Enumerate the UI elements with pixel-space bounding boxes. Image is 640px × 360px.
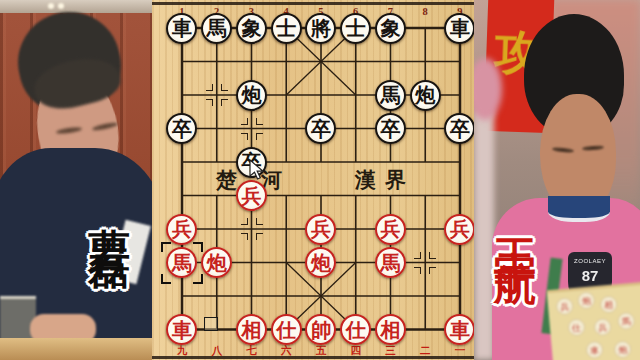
piece-black-士-4-0[interactable]: 士 xyxy=(271,13,302,44)
piece-black-馬-2-0[interactable]: 馬 xyxy=(201,13,232,44)
piece-red-馬-7-7[interactable]: 馬 xyxy=(375,247,406,278)
left-player-name: 曹岩磊 xyxy=(88,194,130,224)
piece-red-相-3-9[interactable]: 相 xyxy=(236,314,267,345)
piece-black-炮-8-2[interactable]: 炮 xyxy=(410,80,441,111)
piece-red-帥-5-9[interactable]: 帥 xyxy=(305,314,336,345)
right-player-photo: 攻 ZOOLAEY 87 兵 炮 相 仕 兵 馬 車 炮 xyxy=(474,0,640,360)
piece-red-兵-5-6[interactable]: 兵 xyxy=(305,214,336,245)
piece-black-象-7-0[interactable]: 象 xyxy=(375,13,406,44)
piece-black-卒-1-3[interactable]: 卒 xyxy=(166,113,197,144)
piece-black-馬-7-2[interactable]: 馬 xyxy=(375,80,406,111)
ceiling-light xyxy=(48,3,54,9)
mouse-cursor-icon xyxy=(249,159,265,181)
badge-number-text: 87 xyxy=(568,267,612,284)
table-xiangqi-board: 兵 炮 相 仕 兵 馬 車 炮 xyxy=(547,282,640,360)
right-player-name: 王宇航 xyxy=(494,206,536,236)
piece-black-車-9-0[interactable]: 車 xyxy=(444,13,475,44)
piece-black-卒-7-3[interactable]: 卒 xyxy=(375,113,406,144)
badge-brand-text: ZOOLAEY xyxy=(568,258,612,264)
piece-black-卒-5-3[interactable]: 卒 xyxy=(305,113,336,144)
piece-red-炮-5-7[interactable]: 炮 xyxy=(305,247,336,278)
piece-black-車-1-0[interactable]: 車 xyxy=(166,13,197,44)
piece-red-相-7-9[interactable]: 相 xyxy=(375,314,406,345)
left-player-photo xyxy=(0,0,152,360)
piece-black-士-6-0[interactable]: 士 xyxy=(340,13,371,44)
piece-black-卒-9-3[interactable]: 卒 xyxy=(444,113,475,144)
piece-red-炮-2-7[interactable]: 炮 xyxy=(201,247,232,278)
ceiling-strip xyxy=(0,0,152,13)
piece-red-兵-1-6[interactable]: 兵 xyxy=(166,214,197,245)
piece-red-車-1-9[interactable]: 車 xyxy=(166,314,197,345)
piece-red-兵-9-6[interactable]: 兵 xyxy=(444,214,475,245)
piece-red-仕-6-9[interactable]: 仕 xyxy=(340,314,371,345)
piece-layer[interactable]: 車馬象士將士象車炮馬炮卒卒卒卒卒兵兵兵兵兵馬炮炮馬車相仕帥仕相車 xyxy=(165,11,478,346)
ceiling-light xyxy=(58,3,64,9)
xiangqi-board[interactable]: 123456789 九八七六五四三二一 楚河 漢界 車馬象士將士象車炮馬炮卒卒卒… xyxy=(152,0,474,360)
piece-red-兵-7-6[interactable]: 兵 xyxy=(375,214,406,245)
piece-black-象-3-0[interactable]: 象 xyxy=(236,13,267,44)
curtain-strip xyxy=(474,110,494,360)
piece-red-車-9-9[interactable]: 車 xyxy=(444,314,475,345)
table-edge xyxy=(0,338,152,360)
shirt-collar xyxy=(548,196,610,222)
video-frame: 曹岩磊 xyxy=(0,0,640,360)
piece-black-炮-3-2[interactable]: 炮 xyxy=(236,80,267,111)
piece-red-仕-4-9[interactable]: 仕 xyxy=(271,314,302,345)
piece-red-兵-3-5[interactable]: 兵 xyxy=(236,180,267,211)
piece-black-將-5-0[interactable]: 將 xyxy=(305,13,336,44)
piece-red-馬-1-7[interactable]: 馬 xyxy=(166,247,197,278)
